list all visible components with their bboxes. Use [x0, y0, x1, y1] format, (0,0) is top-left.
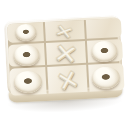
piece-o[interactable] — [13, 44, 40, 66]
cell-1-2[interactable] — [87, 39, 123, 63]
tictactoe-board: × × × — [4, 15, 124, 109]
cell-1-0[interactable] — [8, 43, 45, 67]
cell-2-0[interactable] — [9, 67, 47, 95]
product-photo-scene: × × × — [0, 0, 128, 128]
board-top-face: × × × — [4, 15, 124, 95]
piece-o[interactable] — [92, 66, 121, 89]
cell-2-2[interactable] — [88, 63, 125, 91]
piece-o[interactable] — [14, 70, 43, 93]
piece-x[interactable]: × — [53, 63, 82, 96]
piece-o[interactable] — [91, 40, 118, 62]
cell-0-2[interactable] — [86, 18, 122, 39]
piece-o[interactable] — [15, 23, 37, 41]
board-grid: × × × — [7, 18, 120, 92]
cell-2-1[interactable]: × — [48, 65, 88, 93]
cell-0-0[interactable] — [7, 22, 44, 43]
